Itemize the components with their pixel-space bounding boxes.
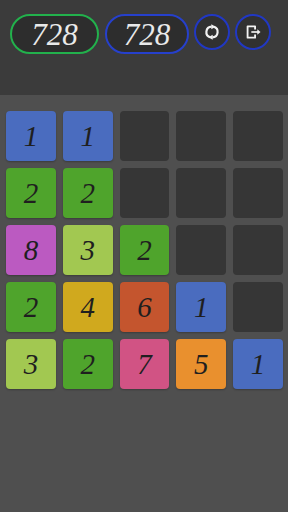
empty-cell-r2c5	[233, 168, 283, 218]
tile-r4c4-value-1[interactable]: 1	[176, 282, 226, 332]
tile-r5c4-value-5[interactable]: 5	[176, 339, 226, 389]
tile-r4c3-value-6[interactable]: 6	[120, 282, 170, 332]
restart-button[interactable]	[194, 14, 230, 50]
score-display-primary: 728	[10, 14, 99, 54]
tile-r4c1-value-2[interactable]: 2	[6, 282, 56, 332]
tile-r3c2-value-3[interactable]: 3	[63, 225, 113, 275]
empty-cell-r3c4	[176, 225, 226, 275]
empty-cell-r1c3	[120, 111, 170, 161]
tile-r5c3-value-7[interactable]: 7	[120, 339, 170, 389]
board-grid: 1122832246132751	[6, 111, 283, 389]
tile-r4c2-value-4[interactable]: 4	[63, 282, 113, 332]
empty-cell-r2c4	[176, 168, 226, 218]
score-display-secondary: 728	[105, 14, 189, 54]
tile-r5c2-value-2[interactable]: 2	[63, 339, 113, 389]
empty-cell-r3c5	[233, 225, 283, 275]
tile-r1c2-value-1[interactable]: 1	[63, 111, 113, 161]
game-area: 1122832246132751	[0, 95, 288, 512]
tile-r1c1-value-1[interactable]: 1	[6, 111, 56, 161]
top-bar: 728 728	[0, 0, 288, 95]
score-primary-value: 728	[31, 19, 78, 50]
tile-r5c1-value-3[interactable]: 3	[6, 339, 56, 389]
app: 728 728	[0, 0, 288, 512]
empty-cell-r2c3	[120, 168, 170, 218]
score-secondary-value: 728	[124, 19, 171, 50]
refresh-icon	[202, 22, 222, 42]
tile-r3c1-value-8[interactable]: 8	[6, 225, 56, 275]
tile-r2c1-value-2[interactable]: 2	[6, 168, 56, 218]
empty-cell-r4c5	[233, 282, 283, 332]
tile-r5c5-value-1[interactable]: 1	[233, 339, 283, 389]
logout-icon	[243, 22, 263, 42]
empty-cell-r1c4	[176, 111, 226, 161]
empty-cell-r1c5	[233, 111, 283, 161]
tile-r3c3-value-2[interactable]: 2	[120, 225, 170, 275]
exit-button[interactable]	[235, 14, 271, 50]
tile-r2c2-value-2[interactable]: 2	[63, 168, 113, 218]
